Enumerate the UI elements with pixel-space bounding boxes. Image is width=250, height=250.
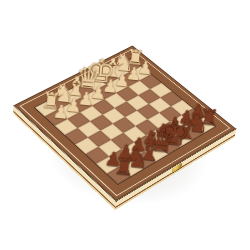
- square: [80, 106, 103, 122]
- square: ♟: [130, 66, 151, 80]
- white-rook: ♜: [119, 46, 151, 70]
- product-photo: ♜♞♝♛♚♝♞♜♟♟♟♟♟♟♟♟♟♟♟♟♟♟♟♟♜♞♝♛♚♝♞♜: [0, 0, 250, 250]
- square: ♜: [35, 101, 58, 116]
- chess-set: ♜♞♝♛♚♝♞♜♟♟♟♟♟♟♟♟♟♟♟♟♟♟♟♟♜♞♝♛♚♝♞♜: [38, 30, 212, 204]
- square: [140, 75, 162, 89]
- chess-board: ♜♞♝♛♚♝♞♜♟♟♟♟♟♟♟♟♟♟♟♟♟♟♟♟♜♞♝♛♚♝♞♜: [34, 57, 217, 185]
- black-pawn: ♟: [169, 107, 203, 128]
- square: [160, 91, 182, 106]
